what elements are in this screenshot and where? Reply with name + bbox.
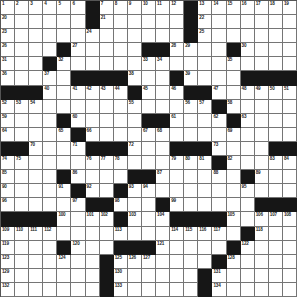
cell-r16c7[interactable]: 101 — [86, 212, 100, 226]
cell-r3c8[interactable] — [100, 29, 114, 43]
cell-r1c2[interactable]: 2 — [15, 1, 29, 15]
cell-r18c6[interactable]: 120 — [71, 241, 85, 255]
cell-r18c19[interactable] — [255, 241, 269, 255]
cell-r2c21[interactable] — [283, 15, 297, 29]
cell-r5c12[interactable]: 34 — [156, 57, 170, 71]
cell-r1c13[interactable]: 12 — [170, 1, 184, 15]
cell-r13c20[interactable] — [269, 170, 283, 184]
cell-r14c20[interactable] — [269, 184, 283, 198]
cell-r16c8[interactable]: 102 — [100, 212, 114, 226]
cell-r4c3[interactable] — [29, 43, 43, 57]
cell-r11c19[interactable] — [255, 142, 269, 156]
cell-r3c20[interactable] — [269, 29, 283, 43]
cell-r16c18[interactable] — [241, 212, 255, 226]
cell-r8c19[interactable] — [255, 100, 269, 114]
cell-r2c20[interactable] — [269, 15, 283, 29]
cell-r7c9[interactable]: 44 — [114, 86, 128, 100]
cell-r1c8[interactable]: 7 — [100, 1, 114, 15]
cell-r15c1[interactable]: 96 — [1, 198, 15, 212]
cell-r20c3[interactable] — [29, 269, 43, 283]
cell-r21c14[interactable] — [184, 283, 198, 297]
cell-r12c21[interactable]: 84 — [283, 156, 297, 170]
cell-r14c3[interactable] — [29, 184, 43, 198]
cell-r19c2[interactable] — [15, 255, 29, 269]
cell-r1c19[interactable]: 17 — [255, 1, 269, 15]
cell-r2c6[interactable] — [71, 15, 85, 29]
cell-r3c18[interactable] — [241, 29, 255, 43]
cell-r12c2[interactable]: 75 — [15, 156, 29, 170]
cell-r4c15[interactable] — [198, 43, 212, 57]
cell-r5c2[interactable] — [15, 57, 29, 71]
cell-r12c8[interactable]: 77 — [100, 156, 114, 170]
cell-r15c2[interactable] — [15, 198, 29, 212]
cell-r6c3[interactable] — [29, 71, 43, 85]
cell-r16c19[interactable]: 106 — [255, 212, 269, 226]
cell-r20c7[interactable] — [86, 269, 100, 283]
cell-r3c16[interactable] — [212, 29, 226, 43]
cell-r19c21[interactable] — [283, 255, 297, 269]
cell-r13c17[interactable] — [227, 170, 241, 184]
cell-r2c19[interactable] — [255, 15, 269, 29]
cell-r15c11[interactable] — [142, 198, 156, 212]
cell-r11c18[interactable] — [241, 142, 255, 156]
cell-r16c6[interactable] — [71, 212, 85, 226]
cell-r5c15[interactable] — [198, 57, 212, 71]
cell-r1c21[interactable]: 19 — [283, 1, 297, 15]
cell-r13c2[interactable] — [15, 170, 29, 184]
cell-r20c18[interactable] — [241, 269, 255, 283]
cell-r1c17[interactable]: 15 — [227, 1, 241, 15]
cell-r17c7[interactable] — [86, 227, 100, 241]
cell-r7c6[interactable]: 41 — [71, 86, 85, 100]
cell-r2c5[interactable] — [57, 15, 71, 29]
cell-r10c15[interactable] — [198, 128, 212, 142]
cell-r17c19[interactable]: 118 — [255, 227, 269, 241]
cell-r2c13[interactable] — [170, 15, 184, 29]
cell-r7c20[interactable]: 50 — [269, 86, 283, 100]
cell-r14c18[interactable]: 95 — [241, 184, 255, 198]
cell-r14c1[interactable]: 90 — [1, 184, 15, 198]
cell-r14c16[interactable] — [212, 184, 226, 198]
cell-r1c18[interactable]: 16 — [241, 1, 255, 15]
cell-r5c13[interactable] — [170, 57, 184, 71]
cell-r20c6[interactable] — [71, 269, 85, 283]
cell-r14c13[interactable] — [170, 184, 184, 198]
cell-r10c8[interactable] — [100, 128, 114, 142]
cell-r19c15[interactable] — [198, 255, 212, 269]
cell-r19c5[interactable]: 124 — [57, 255, 71, 269]
cell-r21c18[interactable] — [241, 283, 255, 297]
cell-r11c10[interactable]: 72 — [128, 142, 142, 156]
cell-r18c3[interactable] — [29, 241, 43, 255]
cell-r19c17[interactable]: 128 — [227, 255, 241, 269]
cell-r3c11[interactable] — [142, 29, 156, 43]
cell-r8c20[interactable] — [269, 100, 283, 114]
cell-r1c16[interactable]: 14 — [212, 1, 226, 15]
cell-r15c4[interactable] — [43, 198, 57, 212]
cell-r17c16[interactable]: 117 — [212, 227, 226, 241]
cell-r17c11[interactable] — [142, 227, 156, 241]
cell-r2c2[interactable] — [15, 15, 29, 29]
cell-r21c11[interactable] — [142, 283, 156, 297]
cell-r21c13[interactable] — [170, 283, 184, 297]
cell-r14c14[interactable] — [184, 184, 198, 198]
cell-r5c10[interactable] — [128, 57, 142, 71]
cell-r15c18[interactable] — [241, 198, 255, 212]
cell-r2c15[interactable]: 22 — [198, 15, 212, 29]
cell-r8c8[interactable] — [100, 100, 114, 114]
cell-r3c19[interactable] — [255, 29, 269, 43]
cell-r3c3[interactable] — [29, 29, 43, 43]
cell-r2c10[interactable] — [128, 15, 142, 29]
cell-r16c5[interactable]: 100 — [57, 212, 71, 226]
cell-r12c14[interactable]: 80 — [184, 156, 198, 170]
cell-r14c15[interactable] — [198, 184, 212, 198]
cell-r17c17[interactable] — [227, 227, 241, 241]
cell-r2c3[interactable] — [29, 15, 43, 29]
cell-r18c12[interactable]: 121 — [156, 241, 170, 255]
cell-r8c11[interactable] — [142, 100, 156, 114]
cell-r13c6[interactable]: 86 — [71, 170, 85, 184]
cell-r20c16[interactable]: 131 — [212, 269, 226, 283]
cell-r14c4[interactable] — [43, 184, 57, 198]
cell-r6c12[interactable] — [156, 71, 170, 85]
cell-r3c21[interactable] — [283, 29, 297, 43]
cell-r12c17[interactable]: 82 — [227, 156, 241, 170]
cell-r20c20[interactable] — [269, 269, 283, 283]
cell-r9c15[interactable] — [198, 114, 212, 128]
cell-r12c10[interactable] — [128, 156, 142, 170]
cell-r4c20[interactable] — [269, 43, 283, 57]
cell-r9c21[interactable] — [283, 114, 297, 128]
cell-r9c7[interactable] — [86, 114, 100, 128]
cell-r13c13[interactable] — [170, 170, 184, 184]
cell-r10c18[interactable] — [241, 128, 255, 142]
cell-r12c9[interactable]: 78 — [114, 156, 128, 170]
cell-r10c12[interactable]: 68 — [156, 128, 170, 142]
cell-r8c18[interactable] — [241, 100, 255, 114]
cell-r10c13[interactable] — [170, 128, 184, 142]
cell-r12c11[interactable] — [142, 156, 156, 170]
cell-r9c4[interactable] — [43, 114, 57, 128]
cell-r12c5[interactable] — [57, 156, 71, 170]
cell-r16c10[interactable]: 103 — [128, 212, 142, 226]
cell-r18c7[interactable] — [86, 241, 100, 255]
cell-r5c18[interactable] — [241, 57, 255, 71]
cell-r5c8[interactable] — [100, 57, 114, 71]
cell-r5c16[interactable] — [212, 57, 226, 71]
cell-r21c6[interactable] — [71, 283, 85, 297]
cell-r6c4[interactable]: 37 — [43, 71, 57, 85]
cell-r14c10[interactable]: 93 — [128, 184, 142, 198]
cell-r19c14[interactable] — [184, 255, 198, 269]
cell-r8c1[interactable]: 52 — [1, 100, 15, 114]
cell-r10c4[interactable] — [43, 128, 57, 142]
cell-r3c1[interactable]: 23 — [1, 29, 15, 43]
cell-r20c14[interactable] — [184, 269, 198, 283]
cell-r15c6[interactable]: 97 — [71, 198, 85, 212]
cell-r7c5[interactable] — [57, 86, 71, 100]
cell-r4c6[interactable]: 27 — [71, 43, 85, 57]
cell-r16c11[interactable] — [142, 212, 156, 226]
cell-r4c14[interactable]: 29 — [184, 43, 198, 57]
cell-r17c9[interactable]: 113 — [114, 227, 128, 241]
cell-r14c19[interactable] — [255, 184, 269, 198]
cell-r1c10[interactable]: 9 — [128, 1, 142, 15]
cell-r8c12[interactable] — [156, 100, 170, 114]
cell-r10c1[interactable]: 64 — [1, 128, 15, 142]
cell-r19c7[interactable] — [86, 255, 100, 269]
cell-r10c21[interactable] — [283, 128, 297, 142]
cell-r8c6[interactable] — [71, 100, 85, 114]
cell-r19c1[interactable]: 123 — [1, 255, 15, 269]
cell-r16c17[interactable]: 105 — [227, 212, 241, 226]
cell-r4c9[interactable] — [114, 43, 128, 57]
cell-r20c2[interactable] — [15, 269, 29, 283]
cell-r4c8[interactable] — [100, 43, 114, 57]
cell-r19c3[interactable] — [29, 255, 43, 269]
cell-r3c12[interactable] — [156, 29, 170, 43]
cell-r12c4[interactable] — [43, 156, 57, 170]
cell-r18c16[interactable] — [212, 241, 226, 255]
cell-r7c19[interactable]: 49 — [255, 86, 269, 100]
cell-r11c17[interactable] — [227, 142, 241, 156]
cell-r13c16[interactable]: 88 — [212, 170, 226, 184]
cell-r12c7[interactable]: 76 — [86, 156, 100, 170]
cell-r3c2[interactable] — [15, 29, 29, 43]
cell-r12c6[interactable] — [71, 156, 85, 170]
cell-r5c20[interactable] — [269, 57, 283, 71]
cell-r5c5[interactable]: 32 — [57, 57, 71, 71]
cell-r10c5[interactable]: 65 — [57, 128, 71, 142]
cell-r18c8[interactable] — [100, 241, 114, 255]
cell-r18c2[interactable] — [15, 241, 29, 255]
cell-r19c20[interactable] — [269, 255, 283, 269]
cell-r6c16[interactable] — [212, 71, 226, 85]
cell-r7c8[interactable]: 43 — [100, 86, 114, 100]
cell-r21c4[interactable] — [43, 283, 57, 297]
cell-r10c2[interactable] — [15, 128, 29, 142]
cell-r13c8[interactable] — [100, 170, 114, 184]
cell-r8c13[interactable] — [170, 100, 184, 114]
cell-r15c13[interactable]: 99 — [170, 198, 184, 212]
cell-r9c3[interactable] — [29, 114, 43, 128]
cell-r15c14[interactable] — [184, 198, 198, 212]
cell-r15c10[interactable] — [128, 198, 142, 212]
cell-r3c15[interactable]: 25 — [198, 29, 212, 43]
cell-r5c21[interactable] — [283, 57, 297, 71]
cell-r8c4[interactable] — [43, 100, 57, 114]
cell-r9c2[interactable] — [15, 114, 29, 128]
cell-r21c5[interactable] — [57, 283, 71, 297]
cell-r18c4[interactable] — [43, 241, 57, 255]
cell-r4c4[interactable] — [43, 43, 57, 57]
cell-r8c14[interactable]: 56 — [184, 100, 198, 114]
cell-r18c20[interactable] — [269, 241, 283, 255]
cell-r12c1[interactable]: 74 — [1, 156, 15, 170]
cell-r4c10[interactable] — [128, 43, 142, 57]
cell-r14c8[interactable] — [100, 184, 114, 198]
cell-r3c6[interactable] — [71, 29, 85, 43]
cell-r12c3[interactable] — [29, 156, 43, 170]
cell-r10c3[interactable] — [29, 128, 43, 142]
cell-r8c7[interactable] — [86, 100, 100, 114]
cell-r20c1[interactable]: 129 — [1, 269, 15, 283]
cell-r6c2[interactable] — [15, 71, 29, 85]
cell-r1c15[interactable]: 13 — [198, 1, 212, 15]
cell-r18c18[interactable]: 122 — [241, 241, 255, 255]
cell-r12c19[interactable] — [255, 156, 269, 170]
cell-r2c8[interactable]: 21 — [100, 15, 114, 29]
cell-r15c16[interactable] — [212, 198, 226, 212]
cell-r4c21[interactable] — [283, 43, 297, 57]
cell-r2c17[interactable] — [227, 15, 241, 29]
cell-r1c4[interactable]: 4 — [43, 1, 57, 15]
cell-r5c6[interactable] — [71, 57, 85, 71]
cell-r3c13[interactable] — [170, 29, 184, 43]
cell-r11c16[interactable]: 73 — [212, 142, 226, 156]
cell-r20c10[interactable] — [128, 269, 142, 283]
cell-r9c8[interactable] — [100, 114, 114, 128]
cell-r19c4[interactable] — [43, 255, 57, 269]
cell-r10c10[interactable] — [128, 128, 142, 142]
cell-r20c19[interactable] — [255, 269, 269, 283]
cell-r2c9[interactable] — [114, 15, 128, 29]
cell-r17c21[interactable] — [283, 227, 297, 241]
cell-r7c4[interactable]: 40 — [43, 86, 57, 100]
cell-r20c5[interactable] — [57, 269, 71, 283]
cell-r10c11[interactable]: 67 — [142, 128, 156, 142]
cell-r5c3[interactable] — [29, 57, 43, 71]
cell-r13c4[interactable] — [43, 170, 57, 184]
cell-r6c10[interactable]: 38 — [128, 71, 142, 85]
cell-r19c10[interactable]: 126 — [128, 255, 142, 269]
cell-r3c5[interactable] — [57, 29, 71, 43]
cell-r17c13[interactable]: 114 — [170, 227, 184, 241]
cell-r14c7[interactable]: 92 — [86, 184, 100, 198]
cell-r19c12[interactable] — [156, 255, 170, 269]
cell-r13c14[interactable] — [184, 170, 198, 184]
cell-r21c19[interactable] — [255, 283, 269, 297]
cell-r17c5[interactable] — [57, 227, 71, 241]
cell-r1c11[interactable]: 10 — [142, 1, 156, 15]
cell-r11c5[interactable] — [57, 142, 71, 156]
cell-r21c7[interactable] — [86, 283, 100, 297]
cell-r12c18[interactable] — [241, 156, 255, 170]
cell-r11c12[interactable] — [156, 142, 170, 156]
cell-r7c13[interactable]: 46 — [170, 86, 184, 100]
cell-r15c9[interactable]: 98 — [114, 198, 128, 212]
cell-r13c21[interactable] — [283, 170, 297, 184]
cell-r15c15[interactable] — [198, 198, 212, 212]
cell-r13c19[interactable]: 89 — [255, 170, 269, 184]
cell-r9c9[interactable] — [114, 114, 128, 128]
cell-r15c3[interactable] — [29, 198, 43, 212]
cell-r8c3[interactable]: 54 — [29, 100, 43, 114]
cell-r5c11[interactable]: 33 — [142, 57, 156, 71]
cell-r9c10[interactable] — [128, 114, 142, 128]
cell-r21c1[interactable]: 132 — [1, 283, 15, 297]
cell-r7c7[interactable]: 42 — [86, 86, 100, 100]
cell-r13c15[interactable] — [198, 170, 212, 184]
cell-r21c20[interactable] — [269, 283, 283, 297]
cell-r7c16[interactable]: 47 — [212, 86, 226, 100]
cell-r4c1[interactable]: 26 — [1, 43, 15, 57]
cell-r3c4[interactable] — [43, 29, 57, 43]
cell-r4c16[interactable] — [212, 43, 226, 57]
cell-r10c17[interactable]: 69 — [227, 128, 241, 142]
cell-r12c15[interactable]: 81 — [198, 156, 212, 170]
cell-r14c12[interactable] — [156, 184, 170, 198]
cell-r17c8[interactable] — [100, 227, 114, 241]
cell-r18c21[interactable] — [283, 241, 297, 255]
cell-r21c17[interactable] — [227, 283, 241, 297]
cell-r17c12[interactable] — [156, 227, 170, 241]
cell-r4c7[interactable] — [86, 43, 100, 57]
cell-r7c18[interactable]: 48 — [241, 86, 255, 100]
cell-r5c1[interactable]: 31 — [1, 57, 15, 71]
cell-r5c9[interactable] — [114, 57, 128, 71]
cell-r19c11[interactable]: 127 — [142, 255, 156, 269]
cell-r11c4[interactable] — [43, 142, 57, 156]
cell-r1c12[interactable]: 11 — [156, 1, 170, 15]
cell-r18c13[interactable] — [170, 241, 184, 255]
cell-r14c11[interactable]: 94 — [142, 184, 156, 198]
cell-r11c6[interactable]: 71 — [71, 142, 85, 156]
cell-r9c1[interactable]: 59 — [1, 114, 15, 128]
cell-r1c3[interactable]: 3 — [29, 1, 43, 15]
cell-r21c9[interactable]: 133 — [114, 283, 128, 297]
cell-r19c6[interactable] — [71, 255, 85, 269]
cell-r10c19[interactable] — [255, 128, 269, 142]
cell-r17c10[interactable] — [128, 227, 142, 241]
cell-r21c3[interactable] — [29, 283, 43, 297]
cell-r16c12[interactable]: 104 — [156, 212, 170, 226]
cell-r21c12[interactable] — [156, 283, 170, 297]
cell-r5c17[interactable]: 35 — [227, 57, 241, 71]
cell-r5c7[interactable] — [86, 57, 100, 71]
cell-r20c13[interactable] — [170, 269, 184, 283]
cell-r5c19[interactable] — [255, 57, 269, 71]
cell-r6c1[interactable]: 36 — [1, 71, 15, 85]
cell-r13c9[interactable] — [114, 170, 128, 184]
cell-r8c21[interactable] — [283, 100, 297, 114]
cell-r6c14[interactable]: 39 — [184, 71, 198, 85]
cell-r17c20[interactable] — [269, 227, 283, 241]
cell-r9c18[interactable]: 63 — [241, 114, 255, 128]
cell-r8c10[interactable]: 55 — [128, 100, 142, 114]
cell-r12c20[interactable]: 83 — [269, 156, 283, 170]
cell-r19c18[interactable] — [241, 255, 255, 269]
cell-r14c2[interactable] — [15, 184, 29, 198]
cell-r21c21[interactable] — [283, 283, 297, 297]
cell-r20c4[interactable] — [43, 269, 57, 283]
cell-r21c10[interactable] — [128, 283, 142, 297]
cell-r1c5[interactable]: 5 — [57, 1, 71, 15]
cell-r12c13[interactable]: 79 — [170, 156, 184, 170]
cell-r17c15[interactable]: 116 — [198, 227, 212, 241]
cell-r2c12[interactable] — [156, 15, 170, 29]
cell-r7c17[interactable] — [227, 86, 241, 100]
cell-r4c18[interactable]: 30 — [241, 43, 255, 57]
cell-r10c9[interactable] — [114, 128, 128, 142]
cell-r1c1[interactable]: 1 — [1, 1, 15, 15]
cell-r8c5[interactable] — [57, 100, 71, 114]
cell-r1c20[interactable]: 18 — [269, 1, 283, 15]
cell-r9c19[interactable] — [255, 114, 269, 128]
cell-r12c12[interactable] — [156, 156, 170, 170]
cell-r9c6[interactable]: 60 — [71, 114, 85, 128]
